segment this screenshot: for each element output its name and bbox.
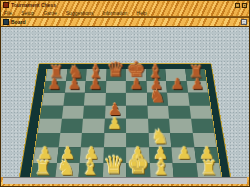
piece-white-queen[interactable]: ♛: [103, 154, 125, 177]
square-a4[interactable]: [38, 119, 62, 133]
square-a1[interactable]: ♜: [31, 163, 57, 177]
piece-black-queen[interactable]: ♛: [107, 60, 125, 81]
piece-black-pawn[interactable]: ♟: [88, 77, 102, 92]
square-b7[interactable]: ♟: [64, 81, 85, 93]
menu-bar: FileSetupGameSuggestionsInformationHelp: [1, 9, 249, 17]
square-d3[interactable]: [103, 133, 126, 148]
board-scene: ♜♞♝♛♚♝♜♟♟♟♟♟♟♟♞♟♟♞♟♟♟♟♟♟♟♜♞♝♛♚♝♜: [1, 27, 249, 177]
board-frame: ♜♞♝♛♚♝♜♟♟♟♟♟♟♟♞♟♟♞♟♟♟♟♟♟♟♜♞♝♛♚♝♜: [17, 63, 232, 177]
piece-black-pawn[interactable]: ♟: [191, 77, 205, 92]
square-c7[interactable]: ♟: [85, 81, 106, 93]
close-button[interactable]: ✕: [242, 3, 247, 8]
square-e7[interactable]: ♟: [126, 81, 147, 93]
board-window-restore-button[interactable]: □: [241, 19, 247, 25]
menu-item-setup[interactable]: Setup: [21, 10, 34, 16]
square-f5[interactable]: [147, 105, 169, 118]
square-g2[interactable]: ♟: [171, 147, 195, 162]
square-c4[interactable]: [82, 119, 105, 133]
square-f6[interactable]: ♞: [146, 93, 168, 106]
square-d8[interactable]: ♛: [106, 69, 126, 81]
piece-white-knight[interactable]: ♞: [57, 157, 76, 177]
square-a7[interactable]: ♟: [44, 81, 66, 93]
square-g1[interactable]: [173, 163, 198, 177]
square-h1[interactable]: ♜: [196, 163, 222, 177]
piece-white-bishop[interactable]: ♝: [152, 156, 172, 177]
square-b4[interactable]: [60, 119, 83, 133]
square-d1[interactable]: ♛: [102, 163, 126, 177]
piece-white-king[interactable]: ♚: [127, 153, 150, 177]
square-e1[interactable]: ♚: [126, 163, 150, 177]
square-h5[interactable]: [189, 105, 212, 118]
square-c5[interactable]: [83, 105, 105, 118]
window-title: Tournament Chess: [11, 2, 233, 8]
piece-white-pawn[interactable]: ♟: [108, 115, 123, 131]
square-a6[interactable]: [42, 93, 64, 106]
square-e6[interactable]: [126, 93, 147, 106]
square-a5[interactable]: [40, 105, 63, 118]
board-window-icon: [3, 19, 9, 25]
piece-white-rook[interactable]: ♜: [34, 158, 52, 177]
square-e5[interactable]: [126, 105, 148, 118]
square-g5[interactable]: [168, 105, 191, 118]
menu-item-file[interactable]: File: [4, 10, 12, 16]
square-b1[interactable]: ♞: [55, 163, 80, 177]
board-window-titlebar: Board □: [1, 17, 249, 27]
piece-black-pawn[interactable]: ♟: [47, 77, 61, 92]
square-c1[interactable]: ♝: [78, 163, 102, 177]
square-g6[interactable]: [167, 93, 189, 106]
piece-black-pawn[interactable]: ♟: [170, 77, 184, 92]
piece-white-rook[interactable]: ♜: [200, 158, 218, 177]
square-g4[interactable]: [169, 119, 192, 133]
app-window: Tournament Chess □ ✕ FileSetupGameSugges…: [0, 0, 250, 187]
piece-black-knight[interactable]: ♞: [149, 86, 166, 105]
square-d4[interactable]: ♟: [104, 119, 126, 133]
chess-board: ♜♞♝♛♚♝♜♟♟♟♟♟♟♟♞♟♟♞♟♟♟♟♟♟♟♜♞♝♛♚♝♜: [30, 69, 223, 177]
maximize-button[interactable]: □: [235, 3, 240, 8]
square-g7[interactable]: ♟: [166, 81, 187, 93]
square-f1[interactable]: ♝: [149, 163, 173, 177]
menu-item-game[interactable]: Game: [43, 10, 57, 16]
board-window-title: Board: [11, 19, 239, 25]
window-titlebar: Tournament Chess □ ✕: [1, 1, 249, 9]
square-d7[interactable]: [105, 81, 126, 93]
menu-item-suggestions[interactable]: Suggestions: [66, 10, 94, 16]
piece-black-pawn[interactable]: ♟: [129, 77, 143, 92]
square-c6[interactable]: [84, 93, 105, 106]
window-bottom-edge: [1, 184, 249, 186]
square-b5[interactable]: [61, 105, 84, 118]
status-bar: [3, 177, 247, 184]
square-b6[interactable]: [63, 93, 85, 106]
app-icon: [3, 2, 9, 8]
square-h6[interactable]: [188, 93, 210, 106]
piece-white-bishop[interactable]: ♝: [80, 156, 100, 177]
menu-item-help[interactable]: Help: [136, 10, 146, 16]
square-h7[interactable]: ♟: [186, 81, 208, 93]
piece-white-pawn[interactable]: ♟: [176, 145, 191, 162]
workspace: ♜♞♝♛♚♝♜♟♟♟♟♟♟♟♞♟♟♞♟♟♟♟♟♟♟♜♞♝♛♚♝♜: [1, 27, 249, 177]
square-e4[interactable]: [126, 119, 148, 133]
piece-black-pawn[interactable]: ♟: [68, 77, 82, 92]
menu-item-information[interactable]: Information: [102, 10, 127, 16]
square-h4[interactable]: [191, 119, 215, 133]
